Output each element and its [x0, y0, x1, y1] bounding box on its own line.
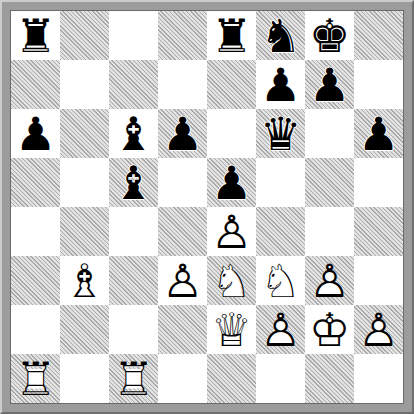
- black-pawn-e5: ♟: [207, 158, 256, 207]
- square-d8[interactable]: [158, 11, 207, 60]
- square-c8[interactable]: [109, 11, 158, 60]
- square-g7[interactable]: ♟: [305, 60, 354, 109]
- white-pawn-e4: ♟♙: [207, 207, 256, 256]
- square-g5[interactable]: [305, 158, 354, 207]
- square-g8[interactable]: ♚: [305, 11, 354, 60]
- square-d6[interactable]: ♟: [158, 109, 207, 158]
- square-c1[interactable]: ♜♖: [109, 354, 158, 403]
- square-c2[interactable]: [109, 305, 158, 354]
- square-f3[interactable]: ♞♘: [256, 256, 305, 305]
- square-c5[interactable]: ♝: [109, 158, 158, 207]
- square-f2[interactable]: ♟♙: [256, 305, 305, 354]
- white-bishop-b3: ♝♗: [60, 256, 109, 305]
- black-rook-e8: ♜: [207, 11, 256, 60]
- square-b1[interactable]: [60, 354, 109, 403]
- square-h4[interactable]: [354, 207, 403, 256]
- white-rook-c1: ♜♖: [109, 354, 158, 403]
- white-pawn-h2: ♟♙: [354, 305, 403, 354]
- white-pawn-d3: ♟♙: [158, 256, 207, 305]
- square-h2[interactable]: ♟♙: [354, 305, 403, 354]
- square-a5[interactable]: [11, 158, 60, 207]
- white-rook-a1: ♜♖: [11, 354, 60, 403]
- square-a4[interactable]: [11, 207, 60, 256]
- square-g3[interactable]: ♟♙: [305, 256, 354, 305]
- square-g6[interactable]: [305, 109, 354, 158]
- square-f7[interactable]: ♟: [256, 60, 305, 109]
- board-frame: ♜♜♞♚♟♟♟♝♟♛♟♝♟♟♙♝♗♟♙♞♘♞♘♟♙♛♕♟♙♚♔♟♙♜♖♜♖: [0, 0, 414, 414]
- square-b5[interactable]: [60, 158, 109, 207]
- square-b6[interactable]: [60, 109, 109, 158]
- square-e3[interactable]: ♞♘: [207, 256, 256, 305]
- square-g4[interactable]: [305, 207, 354, 256]
- square-a3[interactable]: [11, 256, 60, 305]
- square-e8[interactable]: ♜: [207, 11, 256, 60]
- square-a6[interactable]: ♟: [11, 109, 60, 158]
- black-pawn-h6: ♟: [354, 109, 403, 158]
- square-c3[interactable]: [109, 256, 158, 305]
- square-b4[interactable]: [60, 207, 109, 256]
- square-b2[interactable]: [60, 305, 109, 354]
- square-b8[interactable]: [60, 11, 109, 60]
- square-h5[interactable]: [354, 158, 403, 207]
- square-h3[interactable]: [354, 256, 403, 305]
- chessboard: ♜♜♞♚♟♟♟♝♟♛♟♝♟♟♙♝♗♟♙♞♘♞♘♟♙♛♕♟♙♚♔♟♙♜♖♜♖: [10, 10, 404, 404]
- square-g1[interactable]: [305, 354, 354, 403]
- square-a2[interactable]: [11, 305, 60, 354]
- square-c7[interactable]: [109, 60, 158, 109]
- square-e7[interactable]: [207, 60, 256, 109]
- black-queen-f6: ♛: [256, 109, 305, 158]
- square-f4[interactable]: [256, 207, 305, 256]
- black-pawn-a6: ♟: [11, 109, 60, 158]
- square-h6[interactable]: ♟: [354, 109, 403, 158]
- square-h7[interactable]: [354, 60, 403, 109]
- black-bishop-c6: ♝: [109, 109, 158, 158]
- square-e4[interactable]: ♟♙: [207, 207, 256, 256]
- white-pawn-g3: ♟♙: [305, 256, 354, 305]
- square-f6[interactable]: ♛: [256, 109, 305, 158]
- white-king-g2: ♚♔: [305, 305, 354, 354]
- black-pawn-d6: ♟: [158, 109, 207, 158]
- square-h1[interactable]: [354, 354, 403, 403]
- black-pawn-f7: ♟: [256, 60, 305, 109]
- square-f1[interactable]: [256, 354, 305, 403]
- square-d4[interactable]: [158, 207, 207, 256]
- square-a8[interactable]: ♜: [11, 11, 60, 60]
- square-h8[interactable]: [354, 11, 403, 60]
- black-bishop-c5: ♝: [109, 158, 158, 207]
- square-d5[interactable]: [158, 158, 207, 207]
- square-f8[interactable]: ♞: [256, 11, 305, 60]
- square-a7[interactable]: [11, 60, 60, 109]
- square-e6[interactable]: [207, 109, 256, 158]
- white-knight-e3: ♞♘: [207, 256, 256, 305]
- black-rook-a8: ♜: [11, 11, 60, 60]
- square-f5[interactable]: [256, 158, 305, 207]
- square-c6[interactable]: ♝: [109, 109, 158, 158]
- square-d3[interactable]: ♟♙: [158, 256, 207, 305]
- square-d2[interactable]: [158, 305, 207, 354]
- square-d7[interactable]: [158, 60, 207, 109]
- black-king-g8: ♚: [305, 11, 354, 60]
- black-pawn-g7: ♟: [305, 60, 354, 109]
- white-queen-e2: ♛♕: [207, 305, 256, 354]
- square-a1[interactable]: ♜♖: [11, 354, 60, 403]
- square-e1[interactable]: [207, 354, 256, 403]
- white-pawn-f2: ♟♙: [256, 305, 305, 354]
- black-knight-f8: ♞: [256, 11, 305, 60]
- square-b7[interactable]: [60, 60, 109, 109]
- white-knight-f3: ♞♘: [256, 256, 305, 305]
- square-b3[interactable]: ♝♗: [60, 256, 109, 305]
- square-e5[interactable]: ♟: [207, 158, 256, 207]
- square-d1[interactable]: [158, 354, 207, 403]
- square-g2[interactable]: ♚♔: [305, 305, 354, 354]
- square-c4[interactable]: [109, 207, 158, 256]
- square-e2[interactable]: ♛♕: [207, 305, 256, 354]
